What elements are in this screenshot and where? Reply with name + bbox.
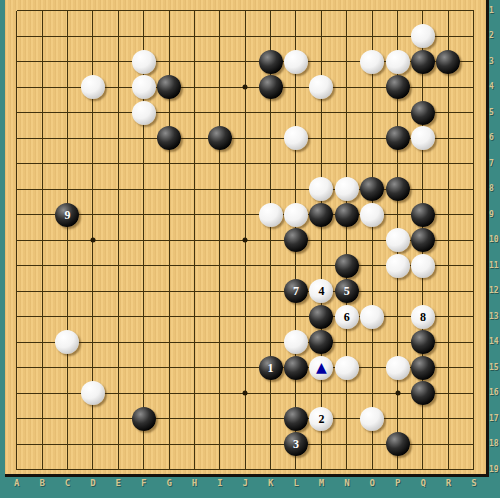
intersection-S6[interactable] xyxy=(461,126,486,152)
intersection-Q4[interactable] xyxy=(410,75,435,101)
intersection-O14[interactable] xyxy=(359,330,384,356)
intersection-O6[interactable] xyxy=(359,126,384,152)
intersection-H16[interactable] xyxy=(182,381,207,407)
intersection-B11[interactable] xyxy=(29,253,54,279)
intersection-P10[interactable] xyxy=(385,228,410,254)
intersection-D14[interactable] xyxy=(80,330,105,356)
intersection-O16[interactable] xyxy=(359,381,384,407)
intersection-C8[interactable] xyxy=(55,177,80,203)
intersection-O17[interactable] xyxy=(359,406,384,432)
intersection-Q15[interactable] xyxy=(410,355,435,381)
intersection-N5[interactable] xyxy=(334,100,359,126)
intersection-G5[interactable] xyxy=(156,100,181,126)
intersection-O9[interactable] xyxy=(359,202,384,228)
intersection-K7[interactable] xyxy=(258,151,283,177)
intersection-J9[interactable] xyxy=(233,202,258,228)
intersection-I8[interactable] xyxy=(207,177,232,203)
intersection-S3[interactable] xyxy=(461,49,486,75)
intersection-R9[interactable] xyxy=(436,202,461,228)
intersection-J17[interactable] xyxy=(233,406,258,432)
intersection-F4[interactable] xyxy=(131,75,156,101)
intersection-I7[interactable] xyxy=(207,151,232,177)
intersection-J10[interactable] xyxy=(233,228,258,254)
intersection-S8[interactable] xyxy=(461,177,486,203)
intersection-M5[interactable] xyxy=(309,100,334,126)
intersection-Q3[interactable] xyxy=(410,49,435,75)
intersection-F18[interactable] xyxy=(131,432,156,458)
intersection-Q18[interactable] xyxy=(410,432,435,458)
intersection-B1[interactable] xyxy=(29,0,54,24)
intersection-C5[interactable] xyxy=(55,100,80,126)
intersection-K8[interactable] xyxy=(258,177,283,203)
intersection-C9[interactable]: 9 xyxy=(55,202,80,228)
intersection-Q8[interactable] xyxy=(410,177,435,203)
intersection-G6[interactable] xyxy=(156,126,181,152)
intersection-S7[interactable] xyxy=(461,151,486,177)
intersection-D12[interactable] xyxy=(80,279,105,305)
intersection-I11[interactable] xyxy=(207,253,232,279)
intersection-J13[interactable] xyxy=(233,304,258,330)
intersection-B2[interactable] xyxy=(29,24,54,50)
intersection-S11[interactable] xyxy=(461,253,486,279)
intersection-R1[interactable] xyxy=(436,0,461,24)
intersection-K16[interactable] xyxy=(258,381,283,407)
intersection-J11[interactable] xyxy=(233,253,258,279)
intersection-O1[interactable] xyxy=(359,0,384,24)
intersection-Q12[interactable] xyxy=(410,279,435,305)
intersection-R17[interactable] xyxy=(436,406,461,432)
intersection-O18[interactable] xyxy=(359,432,384,458)
intersection-P12[interactable] xyxy=(385,279,410,305)
intersection-J1[interactable] xyxy=(233,0,258,24)
intersection-P4[interactable] xyxy=(385,75,410,101)
intersection-N7[interactable] xyxy=(334,151,359,177)
intersection-B7[interactable] xyxy=(29,151,54,177)
intersection-O11[interactable] xyxy=(359,253,384,279)
intersection-J5[interactable] xyxy=(233,100,258,126)
intersection-L18[interactable]: 3 xyxy=(283,432,308,458)
intersection-N18[interactable] xyxy=(334,432,359,458)
intersection-G11[interactable] xyxy=(156,253,181,279)
intersection-R16[interactable] xyxy=(436,381,461,407)
intersection-E11[interactable] xyxy=(106,253,131,279)
intersection-C14[interactable] xyxy=(55,330,80,356)
intersection-K17[interactable] xyxy=(258,406,283,432)
intersection-R4[interactable] xyxy=(436,75,461,101)
intersection-E16[interactable] xyxy=(106,381,131,407)
intersection-H14[interactable] xyxy=(182,330,207,356)
intersection-S12[interactable] xyxy=(461,279,486,305)
intersection-H10[interactable] xyxy=(182,228,207,254)
intersection-F1[interactable] xyxy=(131,0,156,24)
intersection-M10[interactable] xyxy=(309,228,334,254)
intersection-P9[interactable] xyxy=(385,202,410,228)
intersection-I16[interactable] xyxy=(207,381,232,407)
intersection-N16[interactable] xyxy=(334,381,359,407)
intersection-P3[interactable] xyxy=(385,49,410,75)
intersection-P17[interactable] xyxy=(385,406,410,432)
intersection-H1[interactable] xyxy=(182,0,207,24)
intersection-Q7[interactable] xyxy=(410,151,435,177)
intersection-E9[interactable] xyxy=(106,202,131,228)
intersection-K15[interactable]: 1 xyxy=(258,355,283,381)
intersection-Q14[interactable] xyxy=(410,330,435,356)
intersection-L8[interactable] xyxy=(283,177,308,203)
intersection-I9[interactable] xyxy=(207,202,232,228)
intersection-P18[interactable] xyxy=(385,432,410,458)
intersection-O15[interactable] xyxy=(359,355,384,381)
intersection-M9[interactable] xyxy=(309,202,334,228)
intersection-L13[interactable] xyxy=(283,304,308,330)
intersection-L3[interactable] xyxy=(283,49,308,75)
intersection-I1[interactable] xyxy=(207,0,232,24)
intersection-G8[interactable] xyxy=(156,177,181,203)
intersection-J7[interactable] xyxy=(233,151,258,177)
intersection-P14[interactable] xyxy=(385,330,410,356)
intersection-K14[interactable] xyxy=(258,330,283,356)
intersection-C6[interactable] xyxy=(55,126,80,152)
intersection-P8[interactable] xyxy=(385,177,410,203)
intersection-N13[interactable]: 6 xyxy=(334,304,359,330)
intersection-Q13[interactable]: 8 xyxy=(410,304,435,330)
intersection-H6[interactable] xyxy=(182,126,207,152)
intersection-S16[interactable] xyxy=(461,381,486,407)
intersection-M14[interactable] xyxy=(309,330,334,356)
intersection-R6[interactable] xyxy=(436,126,461,152)
intersection-G4[interactable] xyxy=(156,75,181,101)
intersection-P1[interactable] xyxy=(385,0,410,24)
intersection-C18[interactable] xyxy=(55,432,80,458)
intersection-F3[interactable] xyxy=(131,49,156,75)
intersection-N17[interactable] xyxy=(334,406,359,432)
intersection-A18[interactable] xyxy=(4,432,29,458)
intersection-N6[interactable] xyxy=(334,126,359,152)
intersection-O7[interactable] xyxy=(359,151,384,177)
intersection-F9[interactable] xyxy=(131,202,156,228)
intersection-D8[interactable] xyxy=(80,177,105,203)
intersection-R8[interactable] xyxy=(436,177,461,203)
intersection-H11[interactable] xyxy=(182,253,207,279)
intersection-D17[interactable] xyxy=(80,406,105,432)
intersection-M8[interactable] xyxy=(309,177,334,203)
intersection-L12[interactable]: 7 xyxy=(283,279,308,305)
intersection-G15[interactable] xyxy=(156,355,181,381)
intersection-L6[interactable] xyxy=(283,126,308,152)
intersection-F17[interactable] xyxy=(131,406,156,432)
intersection-D16[interactable] xyxy=(80,381,105,407)
intersection-E6[interactable] xyxy=(106,126,131,152)
intersection-A3[interactable] xyxy=(4,49,29,75)
intersection-O10[interactable] xyxy=(359,228,384,254)
intersection-M4[interactable] xyxy=(309,75,334,101)
intersection-K12[interactable] xyxy=(258,279,283,305)
intersection-A11[interactable] xyxy=(4,253,29,279)
intersection-K9[interactable] xyxy=(258,202,283,228)
intersection-G3[interactable] xyxy=(156,49,181,75)
intersection-A12[interactable] xyxy=(4,279,29,305)
intersection-M6[interactable] xyxy=(309,126,334,152)
intersection-A1[interactable] xyxy=(4,0,29,24)
intersection-I14[interactable] xyxy=(207,330,232,356)
intersection-D10[interactable] xyxy=(80,228,105,254)
intersection-H18[interactable] xyxy=(182,432,207,458)
intersection-P13[interactable] xyxy=(385,304,410,330)
intersection-C3[interactable] xyxy=(55,49,80,75)
intersection-A6[interactable] xyxy=(4,126,29,152)
intersection-D11[interactable] xyxy=(80,253,105,279)
intersection-B10[interactable] xyxy=(29,228,54,254)
intersection-F2[interactable] xyxy=(131,24,156,50)
intersection-S9[interactable] xyxy=(461,202,486,228)
intersection-O4[interactable] xyxy=(359,75,384,101)
intersection-S15[interactable] xyxy=(461,355,486,381)
intersection-C2[interactable] xyxy=(55,24,80,50)
intersection-E17[interactable] xyxy=(106,406,131,432)
intersection-H8[interactable] xyxy=(182,177,207,203)
intersection-N8[interactable] xyxy=(334,177,359,203)
intersection-J3[interactable] xyxy=(233,49,258,75)
intersection-R11[interactable] xyxy=(436,253,461,279)
intersection-E12[interactable] xyxy=(106,279,131,305)
intersection-M7[interactable] xyxy=(309,151,334,177)
intersection-A17[interactable] xyxy=(4,406,29,432)
intersection-N1[interactable] xyxy=(334,0,359,24)
intersection-G10[interactable] xyxy=(156,228,181,254)
intersection-B9[interactable] xyxy=(29,202,54,228)
intersection-H2[interactable] xyxy=(182,24,207,50)
intersection-K4[interactable] xyxy=(258,75,283,101)
intersection-C17[interactable] xyxy=(55,406,80,432)
intersection-M15[interactable]: ▲ xyxy=(309,355,334,381)
intersection-L9[interactable] xyxy=(283,202,308,228)
intersection-J6[interactable] xyxy=(233,126,258,152)
intersection-A5[interactable] xyxy=(4,100,29,126)
intersection-B8[interactable] xyxy=(29,177,54,203)
intersection-H13[interactable] xyxy=(182,304,207,330)
intersection-A9[interactable] xyxy=(4,202,29,228)
intersection-I10[interactable] xyxy=(207,228,232,254)
intersection-B14[interactable] xyxy=(29,330,54,356)
intersection-K13[interactable] xyxy=(258,304,283,330)
intersection-A4[interactable] xyxy=(4,75,29,101)
intersection-D2[interactable] xyxy=(80,24,105,50)
intersection-M17[interactable]: 2 xyxy=(309,406,334,432)
intersection-H7[interactable] xyxy=(182,151,207,177)
intersection-L17[interactable] xyxy=(283,406,308,432)
intersection-L2[interactable] xyxy=(283,24,308,50)
intersection-C12[interactable] xyxy=(55,279,80,305)
intersection-F7[interactable] xyxy=(131,151,156,177)
intersection-F10[interactable] xyxy=(131,228,156,254)
intersection-L15[interactable] xyxy=(283,355,308,381)
intersection-I18[interactable] xyxy=(207,432,232,458)
intersection-A15[interactable] xyxy=(4,355,29,381)
intersection-I15[interactable] xyxy=(207,355,232,381)
intersection-Q5[interactable] xyxy=(410,100,435,126)
intersection-P2[interactable] xyxy=(385,24,410,50)
intersection-E8[interactable] xyxy=(106,177,131,203)
intersection-Q10[interactable] xyxy=(410,228,435,254)
intersection-S13[interactable] xyxy=(461,304,486,330)
intersection-O12[interactable] xyxy=(359,279,384,305)
intersection-M3[interactable] xyxy=(309,49,334,75)
intersection-A14[interactable] xyxy=(4,330,29,356)
intersection-E14[interactable] xyxy=(106,330,131,356)
intersection-L5[interactable] xyxy=(283,100,308,126)
intersection-H15[interactable] xyxy=(182,355,207,381)
intersection-K5[interactable] xyxy=(258,100,283,126)
intersection-I4[interactable] xyxy=(207,75,232,101)
intersection-S1[interactable] xyxy=(461,0,486,24)
intersection-A7[interactable] xyxy=(4,151,29,177)
intersection-S17[interactable] xyxy=(461,406,486,432)
intersection-G18[interactable] xyxy=(156,432,181,458)
intersection-Q17[interactable] xyxy=(410,406,435,432)
intersection-A10[interactable] xyxy=(4,228,29,254)
intersection-F6[interactable] xyxy=(131,126,156,152)
intersection-P5[interactable] xyxy=(385,100,410,126)
intersection-E15[interactable] xyxy=(106,355,131,381)
intersection-N9[interactable] xyxy=(334,202,359,228)
intersection-F8[interactable] xyxy=(131,177,156,203)
intersection-O5[interactable] xyxy=(359,100,384,126)
intersection-I13[interactable] xyxy=(207,304,232,330)
intersection-L4[interactable] xyxy=(283,75,308,101)
intersection-C13[interactable] xyxy=(55,304,80,330)
intersection-B18[interactable] xyxy=(29,432,54,458)
intersection-H12[interactable] xyxy=(182,279,207,305)
intersection-M2[interactable] xyxy=(309,24,334,50)
intersection-A8[interactable] xyxy=(4,177,29,203)
intersection-G9[interactable] xyxy=(156,202,181,228)
intersection-H5[interactable] xyxy=(182,100,207,126)
intersection-J4[interactable] xyxy=(233,75,258,101)
intersection-K2[interactable] xyxy=(258,24,283,50)
intersection-M11[interactable] xyxy=(309,253,334,279)
intersection-B15[interactable] xyxy=(29,355,54,381)
intersection-G1[interactable] xyxy=(156,0,181,24)
intersection-R3[interactable] xyxy=(436,49,461,75)
intersection-K18[interactable] xyxy=(258,432,283,458)
intersection-E1[interactable] xyxy=(106,0,131,24)
intersection-I6[interactable] xyxy=(207,126,232,152)
intersection-F11[interactable] xyxy=(131,253,156,279)
intersection-J18[interactable] xyxy=(233,432,258,458)
intersection-C10[interactable] xyxy=(55,228,80,254)
intersection-D7[interactable] xyxy=(80,151,105,177)
intersection-F15[interactable] xyxy=(131,355,156,381)
intersection-R2[interactable] xyxy=(436,24,461,50)
intersection-O2[interactable] xyxy=(359,24,384,50)
intersection-N10[interactable] xyxy=(334,228,359,254)
intersection-L11[interactable] xyxy=(283,253,308,279)
intersection-B17[interactable] xyxy=(29,406,54,432)
intersection-G2[interactable] xyxy=(156,24,181,50)
intersection-R7[interactable] xyxy=(436,151,461,177)
intersection-M1[interactable] xyxy=(309,0,334,24)
intersection-R14[interactable] xyxy=(436,330,461,356)
intersection-N11[interactable] xyxy=(334,253,359,279)
intersection-Q2[interactable] xyxy=(410,24,435,50)
intersection-P16[interactable] xyxy=(385,381,410,407)
intersection-Q16[interactable] xyxy=(410,381,435,407)
intersection-G7[interactable] xyxy=(156,151,181,177)
intersection-Q9[interactable] xyxy=(410,202,435,228)
intersection-H4[interactable] xyxy=(182,75,207,101)
intersection-D15[interactable] xyxy=(80,355,105,381)
intersection-B13[interactable] xyxy=(29,304,54,330)
intersection-Q6[interactable] xyxy=(410,126,435,152)
intersection-B6[interactable] xyxy=(29,126,54,152)
intersection-R15[interactable] xyxy=(436,355,461,381)
intersection-B4[interactable] xyxy=(29,75,54,101)
intersection-E7[interactable] xyxy=(106,151,131,177)
intersection-H3[interactable] xyxy=(182,49,207,75)
intersection-G16[interactable] xyxy=(156,381,181,407)
intersection-D6[interactable] xyxy=(80,126,105,152)
intersection-D3[interactable] xyxy=(80,49,105,75)
intersection-I3[interactable] xyxy=(207,49,232,75)
intersection-F16[interactable] xyxy=(131,381,156,407)
intersection-D18[interactable] xyxy=(80,432,105,458)
intersection-E10[interactable] xyxy=(106,228,131,254)
intersection-S5[interactable] xyxy=(461,100,486,126)
intersection-M13[interactable] xyxy=(309,304,334,330)
intersection-B12[interactable] xyxy=(29,279,54,305)
intersection-E18[interactable] xyxy=(106,432,131,458)
intersection-C4[interactable] xyxy=(55,75,80,101)
intersection-N15[interactable] xyxy=(334,355,359,381)
intersection-J15[interactable] xyxy=(233,355,258,381)
intersection-M12[interactable]: 4 xyxy=(309,279,334,305)
intersection-G17[interactable] xyxy=(156,406,181,432)
intersection-O13[interactable] xyxy=(359,304,384,330)
intersection-F12[interactable] xyxy=(131,279,156,305)
intersection-L14[interactable] xyxy=(283,330,308,356)
intersection-K6[interactable] xyxy=(258,126,283,152)
intersection-F14[interactable] xyxy=(131,330,156,356)
intersection-G12[interactable] xyxy=(156,279,181,305)
intersection-P15[interactable] xyxy=(385,355,410,381)
intersection-N2[interactable] xyxy=(334,24,359,50)
intersection-J16[interactable] xyxy=(233,381,258,407)
intersection-N14[interactable] xyxy=(334,330,359,356)
intersection-A2[interactable] xyxy=(4,24,29,50)
intersection-K3[interactable] xyxy=(258,49,283,75)
intersection-S10[interactable] xyxy=(461,228,486,254)
intersection-G13[interactable] xyxy=(156,304,181,330)
intersection-L7[interactable] xyxy=(283,151,308,177)
intersection-P7[interactable] xyxy=(385,151,410,177)
intersection-L10[interactable] xyxy=(283,228,308,254)
intersection-I17[interactable] xyxy=(207,406,232,432)
intersection-L1[interactable] xyxy=(283,0,308,24)
intersection-J8[interactable] xyxy=(233,177,258,203)
intersection-A13[interactable] xyxy=(4,304,29,330)
intersection-L16[interactable] xyxy=(283,381,308,407)
intersection-B16[interactable] xyxy=(29,381,54,407)
intersection-S4[interactable] xyxy=(461,75,486,101)
intersection-E5[interactable] xyxy=(106,100,131,126)
intersection-I5[interactable] xyxy=(207,100,232,126)
intersection-C16[interactable] xyxy=(55,381,80,407)
intersection-M16[interactable] xyxy=(309,381,334,407)
intersection-A16[interactable] xyxy=(4,381,29,407)
intersection-E13[interactable] xyxy=(106,304,131,330)
intersection-R5[interactable] xyxy=(436,100,461,126)
intersection-D1[interactable] xyxy=(80,0,105,24)
intersection-P11[interactable] xyxy=(385,253,410,279)
